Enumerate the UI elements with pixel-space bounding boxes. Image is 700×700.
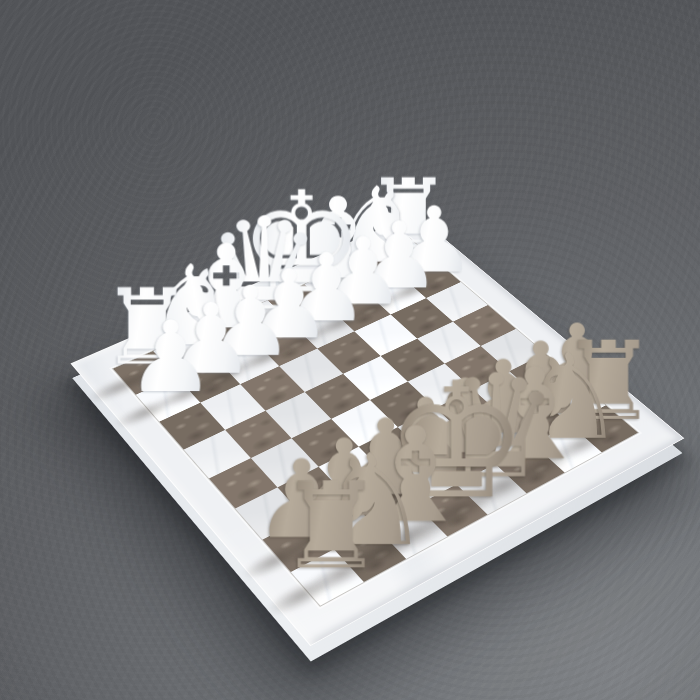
vignette	[0, 0, 700, 700]
